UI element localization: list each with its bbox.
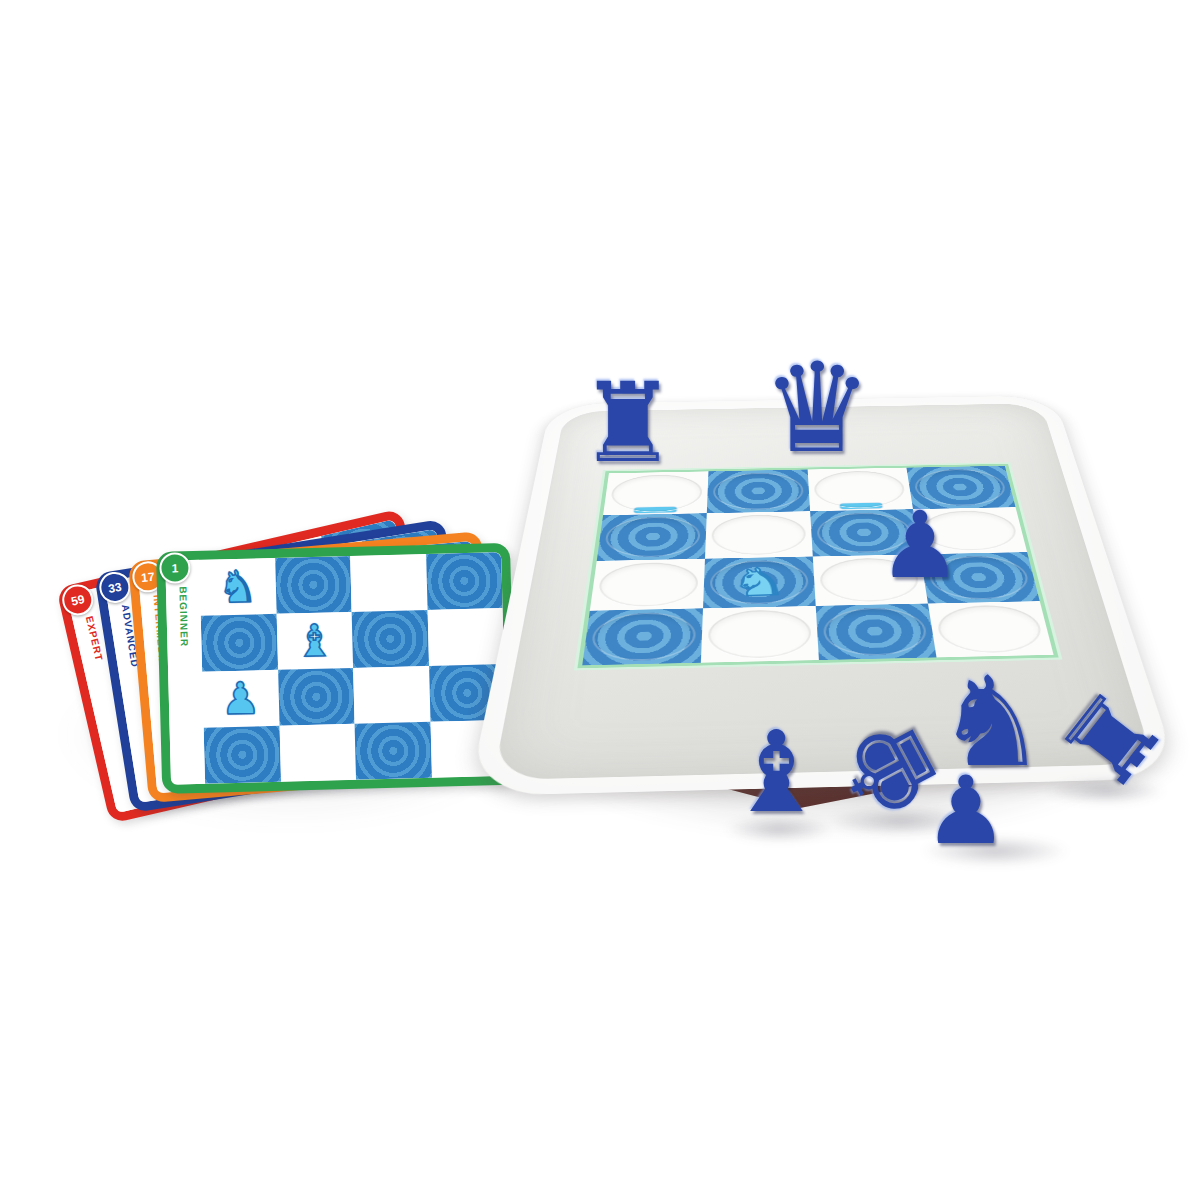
- tray-rook-piece[interactable]: ♜: [1023, 651, 1197, 825]
- loose-pieces-tray: ♝♚♞♟♜: [0, 0, 1200, 1200]
- solitaire-chess-product-scene: 59EXPERT33ADVANCED17INTERMEDIATE1BEGINNE…: [0, 0, 1200, 1200]
- tray-pawn-piece[interactable]: ♟: [916, 764, 1016, 858]
